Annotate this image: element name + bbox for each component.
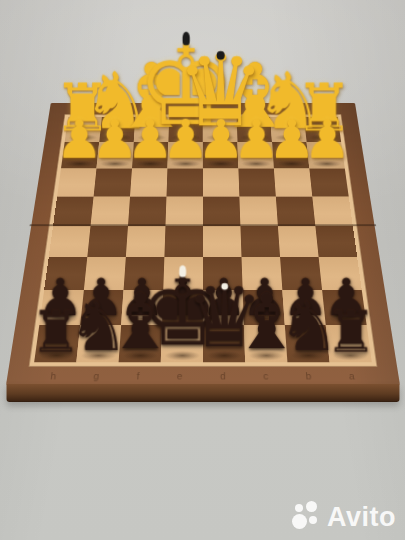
square-a5[interactable]	[315, 226, 357, 257]
square-a8[interactable]: ♜	[325, 325, 371, 362]
king-finial	[178, 266, 185, 277]
square-g4[interactable]	[90, 196, 130, 225]
square-f4[interactable]	[128, 196, 166, 225]
file-label-d: d	[220, 371, 227, 381]
square-d8[interactable]: ♛	[203, 325, 245, 362]
square-b5[interactable]	[277, 226, 318, 257]
square-f3[interactable]	[130, 169, 167, 197]
square-f5[interactable]	[125, 226, 165, 257]
square-c5[interactable]	[240, 226, 280, 257]
piece-black-rook[interactable]: ♜	[29, 303, 80, 360]
square-g3[interactable]	[93, 169, 131, 197]
square-c3[interactable]	[238, 169, 275, 197]
square-e3[interactable]	[166, 169, 202, 197]
avito-watermark: Avito	[292, 501, 396, 531]
king-finial	[181, 32, 189, 45]
board-front-edge	[6, 384, 399, 402]
square-a3[interactable]	[309, 169, 348, 197]
square-b4[interactable]	[275, 196, 315, 225]
file-coordinates: hgfedcba	[31, 369, 374, 383]
chessboard-scene: ♜♞♝♚♛♝♞♜♟♟♟♟♟♟♟♟♟♟♟♟♟♟♟♟♜♞♝♚♛♝♞♜ hgfedcb…	[0, 0, 405, 385]
chessboard: ♜♞♝♚♛♝♞♜♟♟♟♟♟♟♟♟♟♟♟♟♟♟♟♟♜♞♝♚♛♝♞♜ hgfedcb…	[6, 103, 400, 385]
square-d5[interactable]	[203, 226, 242, 257]
square-h3[interactable]	[57, 169, 96, 197]
avito-logo-icon	[292, 501, 321, 531]
square-f8[interactable]: ♝	[118, 325, 162, 362]
piece-white-pawn[interactable]: ♟	[303, 114, 351, 167]
file-label-f: f	[136, 371, 140, 381]
board-grid: ♜♞♝♚♛♝♞♜♟♟♟♟♟♟♟♟♟♟♟♟♟♟♟♟♜♞♝♚♛♝♞♜	[34, 117, 372, 362]
square-h4[interactable]	[53, 196, 94, 225]
square-a2[interactable]: ♟	[306, 142, 344, 168]
square-b3[interactable]	[273, 169, 311, 197]
file-label-g: g	[93, 371, 100, 381]
square-c4[interactable]	[239, 196, 277, 225]
square-e5[interactable]	[164, 226, 203, 257]
piece-black-bishop[interactable]: ♝	[105, 283, 174, 360]
file-label-a: a	[348, 371, 356, 381]
square-d3[interactable]	[203, 169, 239, 197]
square-a4[interactable]	[312, 196, 353, 225]
square-d4[interactable]	[203, 196, 240, 225]
square-e4[interactable]	[165, 196, 202, 225]
square-g5[interactable]	[87, 226, 128, 257]
square-h8[interactable]: ♜	[34, 325, 80, 362]
file-label-e: e	[176, 371, 183, 381]
avito-wordmark: Avito	[327, 504, 396, 531]
file-label-b: b	[305, 371, 312, 381]
square-h5[interactable]	[48, 226, 90, 257]
file-label-h: h	[49, 371, 57, 381]
file-label-c: c	[262, 371, 268, 381]
piece-black-rook[interactable]: ♜	[324, 303, 375, 360]
piece-black-queen[interactable]: ♛	[185, 274, 263, 361]
queen-finial	[220, 283, 227, 290]
board-inner-frame: ♜♞♝♚♛♝♞♜♟♟♟♟♟♟♟♟♟♟♟♟♟♟♟♟♜♞♝♚♛♝♞♜	[28, 114, 377, 367]
photo-background: ♜♞♝♚♛♝♞♜♟♟♟♟♟♟♟♟♟♟♟♟♟♟♟♟♜♞♝♚♛♝♞♜ hgfedcb…	[0, 0, 405, 540]
